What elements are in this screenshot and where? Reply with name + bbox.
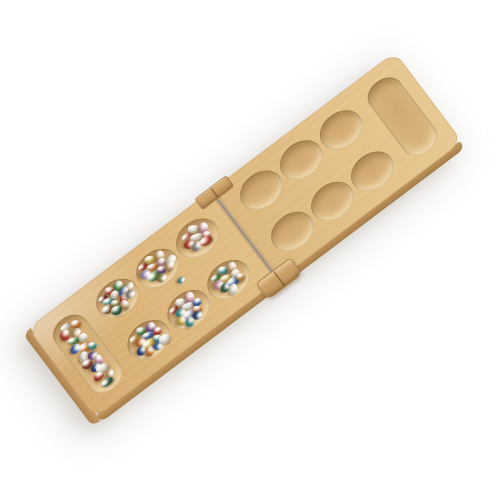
product-photo bbox=[0, 0, 500, 500]
gem-stone-white bbox=[158, 334, 171, 344]
gem-stone-tan bbox=[165, 260, 174, 273]
mancala-board bbox=[27, 52, 462, 419]
loose-gem-stone-teal bbox=[177, 276, 187, 285]
right-store[interactable] bbox=[361, 71, 443, 162]
gem-stone-white bbox=[229, 282, 238, 295]
